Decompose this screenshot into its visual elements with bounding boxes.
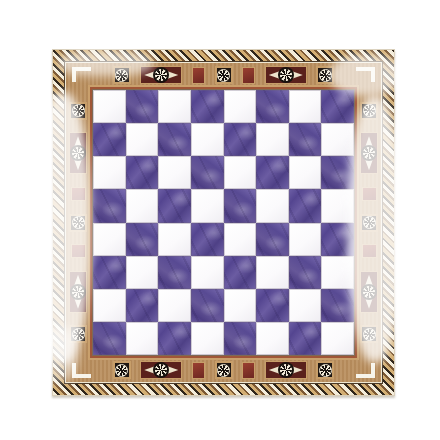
square-a1 [93, 322, 126, 355]
playing-grid [93, 90, 354, 355]
square-g2 [289, 289, 322, 322]
square-a3 [93, 256, 126, 289]
diamond-medallion-icon [140, 66, 182, 84]
square-c8 [158, 90, 191, 123]
square-f3 [256, 256, 289, 289]
square-a6 [93, 156, 126, 189]
square-b6 [126, 156, 159, 189]
square-h8 [321, 90, 354, 123]
square-g1 [289, 322, 322, 355]
square-e4 [224, 223, 257, 256]
square-h3 [321, 256, 354, 289]
square-e8 [224, 90, 257, 123]
square-c2 [158, 289, 191, 322]
square-g8 [289, 90, 322, 123]
product-photo [0, 0, 440, 440]
square-h5 [321, 189, 354, 222]
square-c7 [158, 123, 191, 156]
square-h6 [321, 156, 354, 189]
square-e7 [224, 123, 257, 156]
motif-band-bottom [67, 359, 380, 381]
red-rectangle-icon [71, 187, 86, 201]
square-b4 [126, 223, 159, 256]
red-rectangle-icon [242, 362, 255, 379]
square-f5 [256, 189, 289, 222]
square-g3 [289, 256, 322, 289]
square-h2 [321, 289, 354, 322]
chess-board [52, 49, 395, 396]
square-d1 [191, 322, 224, 355]
square-f4 [256, 223, 289, 256]
corner-angle-icon [344, 360, 378, 380]
square-f8 [256, 90, 289, 123]
red-rectangle-icon [242, 67, 255, 84]
square-f6 [256, 156, 289, 189]
square-b8 [126, 90, 159, 123]
square-e6 [224, 156, 257, 189]
rosette-icon [360, 214, 378, 232]
square-b3 [126, 256, 159, 289]
square-d6 [191, 156, 224, 189]
rosette-icon [215, 361, 233, 379]
square-a5 [93, 189, 126, 222]
red-rectangle-icon [192, 67, 205, 84]
rosette-icon [113, 66, 131, 84]
square-b7 [126, 123, 159, 156]
square-h1 [321, 322, 354, 355]
square-g6 [289, 156, 322, 189]
square-b5 [126, 189, 159, 222]
square-a4 [93, 223, 126, 256]
rosette-icon [360, 325, 378, 343]
square-e3 [224, 256, 257, 289]
corner-angle-icon [69, 360, 103, 380]
square-d5 [191, 189, 224, 222]
square-h7 [321, 123, 354, 156]
square-f1 [256, 322, 289, 355]
rosette-icon [360, 102, 378, 120]
square-a7 [93, 123, 126, 156]
square-c4 [158, 223, 191, 256]
square-g5 [289, 189, 322, 222]
diamond-medallion-icon [69, 271, 87, 313]
diamond-medallion-icon [265, 66, 307, 84]
square-c1 [158, 322, 191, 355]
square-d2 [191, 289, 224, 322]
diamond-medallion-icon [360, 132, 378, 174]
diamond-medallion-icon [360, 271, 378, 313]
rosette-icon [69, 325, 87, 343]
motif-band-top [67, 64, 380, 86]
corner-angle-icon [69, 65, 103, 85]
diamond-medallion-icon [265, 361, 307, 379]
square-g7 [289, 123, 322, 156]
square-f7 [256, 123, 289, 156]
rosette-icon [69, 214, 87, 232]
corner-angle-icon [344, 65, 378, 85]
square-d8 [191, 90, 224, 123]
square-d3 [191, 256, 224, 289]
rosette-icon [69, 102, 87, 120]
square-c6 [158, 156, 191, 189]
square-h4 [321, 223, 354, 256]
red-rectangle-icon [362, 244, 377, 258]
square-f2 [256, 289, 289, 322]
square-d4 [191, 223, 224, 256]
square-a8 [93, 90, 126, 123]
rosette-icon [113, 361, 131, 379]
rosette-icon [316, 361, 334, 379]
square-d7 [191, 123, 224, 156]
rosette-icon [316, 66, 334, 84]
square-a2 [93, 289, 126, 322]
square-b1 [126, 322, 159, 355]
rosette-icon [215, 66, 233, 84]
motif-band-left [67, 87, 89, 358]
diamond-medallion-icon [69, 132, 87, 174]
red-rectangle-icon [192, 362, 205, 379]
motif-band-right [358, 87, 380, 358]
red-rectangle-icon [362, 187, 377, 201]
red-rectangle-icon [71, 244, 86, 258]
square-e5 [224, 189, 257, 222]
square-c3 [158, 256, 191, 289]
square-e1 [224, 322, 257, 355]
square-g4 [289, 223, 322, 256]
square-c5 [158, 189, 191, 222]
square-b2 [126, 289, 159, 322]
square-e2 [224, 289, 257, 322]
diamond-medallion-icon [140, 361, 182, 379]
